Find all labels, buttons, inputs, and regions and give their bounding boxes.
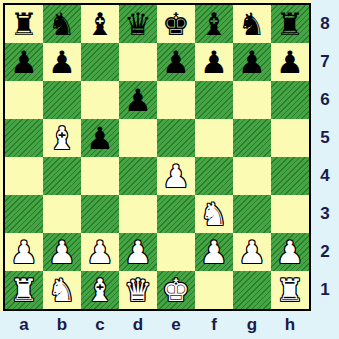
file-labels: abcdefgh [5, 311, 309, 339]
file-label-g: g [233, 311, 271, 339]
piece-white-pawn[interactable]: ♟ [10, 233, 38, 271]
piece-black-pawn[interactable]: ♟ [48, 43, 76, 81]
piece-black-knight[interactable]: ♞ [238, 5, 266, 43]
square-b4[interactable] [43, 157, 81, 195]
square-c8[interactable]: ♝ [81, 5, 119, 43]
square-h2[interactable]: ♟ [271, 233, 309, 271]
square-h4[interactable] [271, 157, 309, 195]
file-label-a: a [5, 311, 43, 339]
square-c7[interactable] [81, 43, 119, 81]
file-label-h: h [271, 311, 309, 339]
square-f5[interactable] [195, 119, 233, 157]
square-h3[interactable] [271, 195, 309, 233]
rank-label-5: 5 [311, 119, 339, 157]
square-f3[interactable]: ♞ [195, 195, 233, 233]
square-a5[interactable] [5, 119, 43, 157]
square-c2[interactable]: ♟ [81, 233, 119, 271]
file-label-c: c [81, 311, 119, 339]
square-a2[interactable]: ♟ [5, 233, 43, 271]
square-d6[interactable]: ♟ [119, 81, 157, 119]
square-e3[interactable] [157, 195, 195, 233]
square-a4[interactable] [5, 157, 43, 195]
piece-white-bishop[interactable]: ♝ [48, 119, 76, 157]
board-frame: ♜♞♝♛♚♝♞♜♟♟♟♟♟♟♟♝♟♟♞♟♟♟♟♟♟♟♜♞♝♛♚♜ [0, 0, 311, 311]
square-f1[interactable] [195, 271, 233, 309]
piece-white-rook[interactable]: ♜ [276, 271, 304, 309]
chess-board: ♜♞♝♛♚♝♞♜♟♟♟♟♟♟♟♝♟♟♞♟♟♟♟♟♟♟♜♞♝♛♚♜ [3, 3, 311, 311]
rank-label-4: 4 [311, 157, 339, 195]
square-g3[interactable] [233, 195, 271, 233]
square-c5[interactable]: ♟ [81, 119, 119, 157]
square-f7[interactable]: ♟ [195, 43, 233, 81]
piece-white-king[interactable]: ♚ [162, 271, 190, 309]
square-a1[interactable]: ♜ [5, 271, 43, 309]
square-e7[interactable]: ♟ [157, 43, 195, 81]
piece-white-bishop[interactable]: ♝ [86, 271, 114, 309]
piece-white-pawn[interactable]: ♟ [276, 233, 304, 271]
square-b8[interactable]: ♞ [43, 5, 81, 43]
square-d1[interactable]: ♛ [119, 271, 157, 309]
square-a3[interactable] [5, 195, 43, 233]
square-b2[interactable]: ♟ [43, 233, 81, 271]
square-f6[interactable] [195, 81, 233, 119]
square-e4[interactable]: ♟ [157, 157, 195, 195]
piece-white-pawn[interactable]: ♟ [162, 157, 190, 195]
square-b3[interactable] [43, 195, 81, 233]
square-g7[interactable]: ♟ [233, 43, 271, 81]
rank-label-8: 8 [311, 5, 339, 43]
piece-black-knight[interactable]: ♞ [48, 5, 76, 43]
piece-black-pawn[interactable]: ♟ [276, 43, 304, 81]
file-label-b: b [43, 311, 81, 339]
square-b7[interactable]: ♟ [43, 43, 81, 81]
file-label-d: d [119, 311, 157, 339]
square-h5[interactable] [271, 119, 309, 157]
square-f4[interactable] [195, 157, 233, 195]
rank-label-1: 1 [311, 271, 339, 309]
piece-black-pawn[interactable]: ♟ [238, 43, 266, 81]
square-h1[interactable]: ♜ [271, 271, 309, 309]
piece-white-pawn[interactable]: ♟ [86, 233, 114, 271]
piece-black-rook[interactable]: ♜ [10, 5, 38, 43]
rank-label-7: 7 [311, 43, 339, 81]
square-g5[interactable] [233, 119, 271, 157]
piece-white-pawn[interactable]: ♟ [238, 233, 266, 271]
piece-black-pawn[interactable]: ♟ [124, 81, 152, 119]
square-a8[interactable]: ♜ [5, 5, 43, 43]
square-d3[interactable] [119, 195, 157, 233]
piece-black-queen[interactable]: ♛ [124, 5, 152, 43]
square-b6[interactable] [43, 81, 81, 119]
chess-app: { "game": "chess", "position": { "fen": … [0, 0, 339, 339]
square-d7[interactable] [119, 43, 157, 81]
piece-black-bishop[interactable]: ♝ [86, 5, 114, 43]
piece-black-pawn[interactable]: ♟ [162, 43, 190, 81]
piece-black-pawn[interactable]: ♟ [10, 43, 38, 81]
square-e6[interactable] [157, 81, 195, 119]
piece-white-pawn[interactable]: ♟ [124, 233, 152, 271]
square-c3[interactable] [81, 195, 119, 233]
square-c6[interactable] [81, 81, 119, 119]
piece-white-knight[interactable]: ♞ [48, 271, 76, 309]
square-d8[interactable]: ♛ [119, 5, 157, 43]
square-c1[interactable]: ♝ [81, 271, 119, 309]
square-f2[interactable]: ♟ [195, 233, 233, 271]
square-e8[interactable]: ♚ [157, 5, 195, 43]
piece-black-pawn[interactable]: ♟ [200, 43, 228, 81]
piece-black-bishop[interactable]: ♝ [200, 5, 228, 43]
square-g6[interactable] [233, 81, 271, 119]
piece-black-pawn[interactable]: ♟ [86, 119, 114, 157]
square-a7[interactable]: ♟ [5, 43, 43, 81]
piece-white-pawn[interactable]: ♟ [200, 233, 228, 271]
piece-black-king[interactable]: ♚ [162, 5, 190, 43]
piece-white-rook[interactable]: ♜ [10, 271, 38, 309]
file-label-f: f [195, 311, 233, 339]
square-g1[interactable] [233, 271, 271, 309]
square-c4[interactable] [81, 157, 119, 195]
square-e1[interactable]: ♚ [157, 271, 195, 309]
rank-label-2: 2 [311, 233, 339, 271]
piece-black-rook[interactable]: ♜ [276, 5, 304, 43]
piece-white-knight[interactable]: ♞ [200, 195, 228, 233]
square-h8[interactable]: ♜ [271, 5, 309, 43]
square-b5[interactable]: ♝ [43, 119, 81, 157]
square-d2[interactable]: ♟ [119, 233, 157, 271]
file-label-e: e [157, 311, 195, 339]
piece-white-queen[interactable]: ♛ [124, 271, 152, 309]
rank-label-6: 6 [311, 81, 339, 119]
square-g2[interactable]: ♟ [233, 233, 271, 271]
square-h7[interactable]: ♟ [271, 43, 309, 81]
square-d4[interactable] [119, 157, 157, 195]
rank-label-3: 3 [311, 195, 339, 233]
square-e2[interactable] [157, 233, 195, 271]
square-b1[interactable]: ♞ [43, 271, 81, 309]
piece-white-pawn[interactable]: ♟ [48, 233, 76, 271]
square-g8[interactable]: ♞ [233, 5, 271, 43]
square-f8[interactable]: ♝ [195, 5, 233, 43]
rank-labels: 87654321 [311, 5, 339, 309]
square-e5[interactable] [157, 119, 195, 157]
square-g4[interactable] [233, 157, 271, 195]
square-h6[interactable] [271, 81, 309, 119]
square-d5[interactable] [119, 119, 157, 157]
square-a6[interactable] [5, 81, 43, 119]
